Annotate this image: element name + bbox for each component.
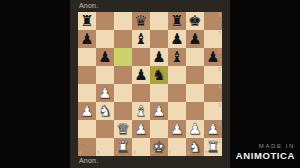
square-e3[interactable]: ♟	[150, 102, 168, 120]
square-f8[interactable]: ♜	[168, 12, 186, 30]
square-e6[interactable]: ♟	[150, 48, 168, 66]
white-knight[interactable]: ♞	[96, 102, 114, 120]
square-d6[interactable]	[132, 48, 150, 66]
square-e2[interactable]	[150, 120, 168, 138]
square-f4[interactable]	[168, 84, 186, 102]
black-pawn[interactable]: ♟	[204, 48, 222, 66]
square-a4[interactable]	[78, 84, 96, 102]
square-b5[interactable]	[96, 66, 114, 84]
video-frame: Anon. ♜♛♜♚8♟♝♟♟7♟♟♝♟6♟♞5♟4♟♞♝♟3♛♟♟♟♟2ab♜…	[0, 0, 300, 168]
square-a2[interactable]	[78, 120, 96, 138]
square-d3[interactable]: ♝	[132, 102, 150, 120]
file-label-h: h	[205, 150, 208, 155]
square-g7[interactable]: ♟	[186, 30, 204, 48]
player-name-top: Anon.	[79, 2, 98, 9]
square-f7[interactable]: ♟	[168, 30, 186, 48]
file-label-g: g	[187, 150, 190, 155]
chess-board: ♜♛♜♚8♟♝♟♟7♟♟♝♟6♟♞5♟4♟♞♝♟3♛♟♟♟♟2ab♜cd♚ef♞…	[78, 12, 222, 156]
white-pawn[interactable]: ♟	[132, 120, 150, 138]
square-h5[interactable]: 5	[204, 66, 222, 84]
square-a6[interactable]	[78, 48, 96, 66]
letterbox-left	[0, 0, 70, 168]
square-g4[interactable]	[186, 84, 204, 102]
black-pawn[interactable]: ♟	[186, 30, 204, 48]
square-f5[interactable]	[168, 66, 186, 84]
black-pawn[interactable]: ♟	[132, 66, 150, 84]
file-label-c: c	[115, 150, 118, 155]
square-c4[interactable]	[114, 84, 132, 102]
square-a8[interactable]: ♜	[78, 12, 96, 30]
rank-label-8: 8	[218, 13, 221, 18]
black-pawn[interactable]: ♟	[168, 30, 186, 48]
square-g6[interactable]	[186, 48, 204, 66]
square-d8[interactable]: ♛	[132, 12, 150, 30]
watermark-animotica: ANIMOTICA	[236, 150, 295, 161]
black-rook[interactable]: ♜	[78, 12, 96, 30]
player-name-bottom: Anon.	[79, 157, 98, 164]
square-e5[interactable]: ♞	[150, 66, 168, 84]
rank-label-6: 6	[218, 49, 221, 54]
square-e8[interactable]	[150, 12, 168, 30]
white-rook[interactable]: ♜	[204, 138, 222, 156]
square-a3[interactable]: ♟	[78, 102, 96, 120]
square-d2[interactable]: ♟	[132, 120, 150, 138]
white-pawn[interactable]: ♟	[168, 120, 186, 138]
square-f3[interactable]	[168, 102, 186, 120]
black-knight[interactable]: ♞	[150, 66, 168, 84]
file-label-a: a	[79, 150, 82, 155]
square-g3[interactable]	[186, 102, 204, 120]
black-bishop[interactable]: ♝	[168, 48, 186, 66]
square-f6[interactable]: ♝	[168, 48, 186, 66]
square-f2[interactable]: ♟	[168, 120, 186, 138]
square-d7[interactable]: ♝	[132, 30, 150, 48]
square-a5[interactable]	[78, 66, 96, 84]
rank-label-4: 4	[218, 85, 221, 90]
rank-label-1: 1	[218, 139, 221, 144]
rank-label-2: 2	[218, 121, 221, 126]
square-h3[interactable]: 3	[204, 102, 222, 120]
white-pawn[interactable]: ♟	[96, 84, 114, 102]
square-c1[interactable]: ♜c	[114, 138, 132, 156]
white-rook[interactable]: ♜	[114, 138, 132, 156]
white-king[interactable]: ♚	[150, 138, 168, 156]
rank-label-7: 7	[218, 31, 221, 36]
square-b1[interactable]: b	[96, 138, 114, 156]
black-king[interactable]: ♚	[186, 12, 204, 30]
white-queen[interactable]: ♛	[114, 120, 132, 138]
letterbox-right: MADE IN ANIMOTICA	[230, 0, 300, 168]
black-pawn[interactable]: ♟	[96, 48, 114, 66]
square-c2[interactable]: ♛	[114, 120, 132, 138]
black-pawn[interactable]: ♟	[78, 30, 96, 48]
square-b7[interactable]	[96, 30, 114, 48]
white-bishop[interactable]: ♝	[132, 102, 150, 120]
white-knight[interactable]: ♞	[186, 138, 204, 156]
rank-label-3: 3	[218, 103, 221, 108]
file-label-b: b	[97, 150, 100, 155]
rank-label-5: 5	[218, 67, 221, 72]
white-pawn[interactable]: ♟	[78, 102, 96, 120]
square-h2[interactable]: ♟2	[204, 120, 222, 138]
square-g8[interactable]: ♚	[186, 12, 204, 30]
black-queen[interactable]: ♛	[132, 12, 150, 30]
file-label-e: e	[151, 150, 154, 155]
square-h4[interactable]: 4	[204, 84, 222, 102]
square-b6[interactable]: ♟	[96, 48, 114, 66]
square-h1[interactable]: ♜h1	[204, 138, 222, 156]
square-d5[interactable]: ♟	[132, 66, 150, 84]
square-g2[interactable]: ♟	[186, 120, 204, 138]
square-b3[interactable]: ♞	[96, 102, 114, 120]
square-g1[interactable]: ♞g	[186, 138, 204, 156]
file-label-d: d	[133, 150, 136, 155]
square-c5[interactable]	[114, 66, 132, 84]
square-c6[interactable]	[114, 48, 132, 66]
square-e7[interactable]	[150, 30, 168, 48]
square-h8[interactable]: 8	[204, 12, 222, 30]
black-rook[interactable]: ♜	[168, 12, 186, 30]
square-a1[interactable]: a	[78, 138, 96, 156]
square-d4[interactable]	[132, 84, 150, 102]
square-a7[interactable]: ♟	[78, 30, 96, 48]
square-c3[interactable]	[114, 102, 132, 120]
square-b2[interactable]	[96, 120, 114, 138]
white-pawn[interactable]: ♟	[186, 120, 204, 138]
game-frame: Anon. ♜♛♜♚8♟♝♟♟7♟♟♝♟6♟♞5♟4♟♞♝♟3♛♟♟♟♟2ab♜…	[70, 0, 230, 168]
square-e4[interactable]	[150, 84, 168, 102]
file-label-f: f	[169, 150, 170, 155]
square-d1[interactable]: d	[132, 138, 150, 156]
square-h6[interactable]: ♟6	[204, 48, 222, 66]
white-pawn[interactable]: ♟	[204, 120, 222, 138]
square-c7[interactable]	[114, 30, 132, 48]
white-pawn[interactable]: ♟	[150, 102, 168, 120]
square-c8[interactable]	[114, 12, 132, 30]
square-h7[interactable]: 7	[204, 30, 222, 48]
square-b4[interactable]: ♟	[96, 84, 114, 102]
black-bishop[interactable]: ♝	[132, 30, 150, 48]
square-e1[interactable]: ♚e	[150, 138, 168, 156]
watermark-made-in: MADE IN	[236, 143, 295, 149]
black-pawn[interactable]: ♟	[150, 48, 168, 66]
watermark: MADE IN ANIMOTICA	[236, 143, 295, 161]
square-f1[interactable]: f	[168, 138, 186, 156]
square-b8[interactable]	[96, 12, 114, 30]
square-g5[interactable]	[186, 66, 204, 84]
